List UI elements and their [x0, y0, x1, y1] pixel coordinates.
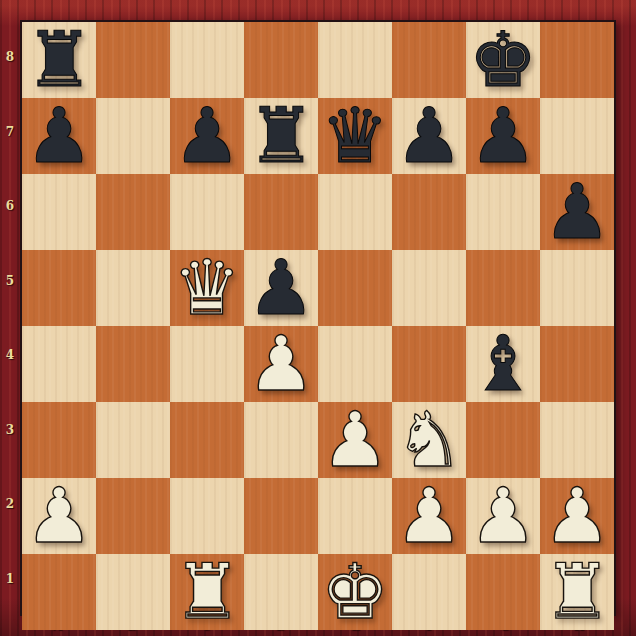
- square-d7[interactable]: ♜: [244, 98, 318, 174]
- piece-black-rook-a8[interactable]: ♜: [25, 22, 93, 98]
- piece-black-pawn-a7[interactable]: ♟: [25, 98, 93, 174]
- rank-label-7: 7: [0, 95, 20, 170]
- square-g8[interactable]: ♚: [466, 22, 540, 98]
- square-g7[interactable]: ♟: [466, 98, 540, 174]
- piece-white-king-e1[interactable]: ♚: [321, 554, 389, 630]
- square-e7[interactable]: ♛: [318, 98, 392, 174]
- piece-white-pawn-g2[interactable]: ♟: [469, 478, 537, 554]
- square-e5[interactable]: [318, 250, 392, 326]
- square-h6[interactable]: ♟: [540, 174, 614, 250]
- piece-black-pawn-d5[interactable]: ♟: [247, 250, 315, 326]
- piece-black-pawn-g7[interactable]: ♟: [469, 98, 537, 174]
- square-c8[interactable]: [170, 22, 244, 98]
- square-e3[interactable]: ♟: [318, 402, 392, 478]
- square-g1[interactable]: [466, 554, 540, 630]
- piece-white-rook-h1[interactable]: ♜: [543, 554, 611, 630]
- square-e6[interactable]: [318, 174, 392, 250]
- square-e1[interactable]: ♚: [318, 554, 392, 630]
- piece-white-queen-c5[interactable]: ♛: [173, 250, 241, 326]
- rank-label-1: 1: [0, 542, 20, 617]
- square-a6[interactable]: [22, 174, 96, 250]
- square-f3[interactable]: ♞: [392, 402, 466, 478]
- rank-label-8: 8: [0, 20, 20, 95]
- square-b7[interactable]: [96, 98, 170, 174]
- square-c4[interactable]: [170, 326, 244, 402]
- square-c3[interactable]: [170, 402, 244, 478]
- rank-labels: 87654321: [0, 20, 20, 616]
- piece-black-pawn-c7[interactable]: ♟: [173, 98, 241, 174]
- square-b8[interactable]: [96, 22, 170, 98]
- square-g2[interactable]: ♟: [466, 478, 540, 554]
- square-a4[interactable]: [22, 326, 96, 402]
- square-b3[interactable]: [96, 402, 170, 478]
- piece-white-pawn-a2[interactable]: ♟: [25, 478, 93, 554]
- square-d4[interactable]: ♟: [244, 326, 318, 402]
- square-d1[interactable]: [244, 554, 318, 630]
- square-h1[interactable]: ♜: [540, 554, 614, 630]
- square-f4[interactable]: [392, 326, 466, 402]
- square-b4[interactable]: [96, 326, 170, 402]
- square-f1[interactable]: [392, 554, 466, 630]
- square-e8[interactable]: [318, 22, 392, 98]
- square-a8[interactable]: ♜: [22, 22, 96, 98]
- piece-black-king-g8[interactable]: ♚: [469, 22, 537, 98]
- square-c1[interactable]: ♜: [170, 554, 244, 630]
- square-d5[interactable]: ♟: [244, 250, 318, 326]
- square-c5[interactable]: ♛: [170, 250, 244, 326]
- rank-label-3: 3: [0, 393, 20, 468]
- square-g3[interactable]: [466, 402, 540, 478]
- piece-white-pawn-e3[interactable]: ♟: [321, 402, 389, 478]
- square-f8[interactable]: [392, 22, 466, 98]
- piece-black-rook-d7[interactable]: ♜: [247, 98, 315, 174]
- square-a7[interactable]: ♟: [22, 98, 96, 174]
- square-h8[interactable]: [540, 22, 614, 98]
- square-b2[interactable]: [96, 478, 170, 554]
- rank-label-5: 5: [0, 244, 20, 319]
- square-g5[interactable]: [466, 250, 540, 326]
- square-g4[interactable]: ♝: [466, 326, 540, 402]
- rank-label-2: 2: [0, 467, 20, 542]
- square-h4[interactable]: [540, 326, 614, 402]
- square-a3[interactable]: [22, 402, 96, 478]
- square-b5[interactable]: [96, 250, 170, 326]
- square-f6[interactable]: [392, 174, 466, 250]
- rank-label-4: 4: [0, 318, 20, 393]
- piece-white-pawn-f2[interactable]: ♟: [395, 478, 463, 554]
- square-b6[interactable]: [96, 174, 170, 250]
- square-a2[interactable]: ♟: [22, 478, 96, 554]
- piece-black-pawn-f7[interactable]: ♟: [395, 98, 463, 174]
- piece-black-queen-e7[interactable]: ♛: [321, 98, 389, 174]
- piece-white-rook-c1[interactable]: ♜: [173, 554, 241, 630]
- piece-white-pawn-h2[interactable]: ♟: [543, 478, 611, 554]
- square-h5[interactable]: [540, 250, 614, 326]
- square-c7[interactable]: ♟: [170, 98, 244, 174]
- square-a5[interactable]: [22, 250, 96, 326]
- square-d6[interactable]: [244, 174, 318, 250]
- square-c6[interactable]: [170, 174, 244, 250]
- square-h3[interactable]: [540, 402, 614, 478]
- piece-black-bishop-g4[interactable]: ♝: [469, 326, 537, 402]
- square-d8[interactable]: [244, 22, 318, 98]
- chessboard-screenshot: 87654321 ABCDEFGH ♜♚♟♟♜♛♟♟♟♛♟♟♝♟♞♟♟♟♟♜♚♜: [0, 0, 636, 636]
- chess-board: ♜♚♟♟♜♛♟♟♟♛♟♟♝♟♞♟♟♟♟♜♚♜: [20, 20, 616, 616]
- square-h7[interactable]: [540, 98, 614, 174]
- square-h2[interactable]: ♟: [540, 478, 614, 554]
- square-g6[interactable]: [466, 174, 540, 250]
- square-f5[interactable]: [392, 250, 466, 326]
- square-e2[interactable]: [318, 478, 392, 554]
- square-f2[interactable]: ♟: [392, 478, 466, 554]
- square-e4[interactable]: [318, 326, 392, 402]
- square-a1[interactable]: [22, 554, 96, 630]
- square-d2[interactable]: [244, 478, 318, 554]
- square-c2[interactable]: [170, 478, 244, 554]
- rank-label-6: 6: [0, 169, 20, 244]
- piece-white-pawn-d4[interactable]: ♟: [247, 326, 315, 402]
- piece-white-knight-f3[interactable]: ♞: [395, 402, 463, 478]
- piece-black-pawn-h6[interactable]: ♟: [543, 174, 611, 250]
- square-d3[interactable]: [244, 402, 318, 478]
- square-f7[interactable]: ♟: [392, 98, 466, 174]
- square-b1[interactable]: [96, 554, 170, 630]
